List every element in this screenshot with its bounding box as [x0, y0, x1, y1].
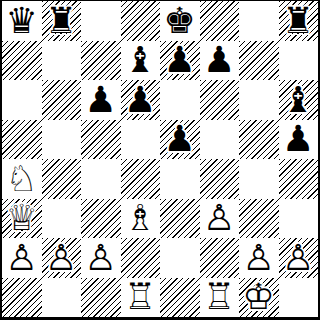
piece-white-b2[interactable]: ♟♙	[42, 238, 82, 278]
square-e2[interactable]	[160, 238, 200, 278]
white-piece-outline-glyph: ♙	[279, 238, 319, 278]
square-d1[interactable]: ♜♖	[121, 278, 161, 318]
square-d6[interactable]: ♟	[121, 80, 161, 120]
square-a7[interactable]	[2, 41, 42, 81]
piece-white-f3[interactable]: ♟♙	[200, 199, 240, 239]
square-c8[interactable]	[81, 1, 121, 41]
square-f1[interactable]: ♜♖	[200, 278, 240, 318]
square-e8[interactable]: ♚	[160, 1, 200, 41]
square-d7[interactable]: ♝	[121, 41, 161, 81]
black-piece-glyph: ♝	[121, 41, 161, 81]
piece-white-a4[interactable]: ♞♘	[2, 159, 42, 199]
square-b5[interactable]	[42, 120, 82, 160]
piece-white-d3[interactable]: ♝♗	[121, 199, 161, 239]
black-piece-glyph: ♜	[42, 1, 82, 41]
white-piece-outline-glyph: ♙	[239, 238, 279, 278]
square-f3[interactable]: ♟♙	[200, 199, 240, 239]
piece-black-d7[interactable]: ♝	[121, 41, 161, 81]
square-h2[interactable]: ♟♙	[279, 238, 319, 278]
black-piece-glyph: ♟	[279, 120, 319, 160]
square-a4[interactable]: ♞♘	[2, 159, 42, 199]
square-c2[interactable]: ♟♙	[81, 238, 121, 278]
square-b6[interactable]	[42, 80, 82, 120]
square-g1[interactable]: ♚♔	[239, 278, 279, 318]
square-c5[interactable]	[81, 120, 121, 160]
square-d2[interactable]	[121, 238, 161, 278]
white-piece-outline-glyph: ♙	[2, 238, 42, 278]
square-b3[interactable]	[42, 199, 82, 239]
piece-black-f7[interactable]: ♟	[200, 41, 240, 81]
square-f5[interactable]	[200, 120, 240, 160]
square-b8[interactable]: ♜	[42, 1, 82, 41]
square-g3[interactable]	[239, 199, 279, 239]
white-piece-outline-glyph: ♘	[2, 159, 42, 199]
piece-white-c2[interactable]: ♟♙	[81, 238, 121, 278]
square-g8[interactable]	[239, 1, 279, 41]
square-e6[interactable]	[160, 80, 200, 120]
square-a5[interactable]	[2, 120, 42, 160]
square-h8[interactable]: ♜	[279, 1, 319, 41]
square-h6[interactable]: ♝	[279, 80, 319, 120]
square-a6[interactable]	[2, 80, 42, 120]
square-c1[interactable]	[81, 278, 121, 318]
square-a3[interactable]: ♛♕	[2, 199, 42, 239]
piece-white-f1[interactable]: ♜♖	[200, 278, 240, 318]
square-c4[interactable]	[81, 159, 121, 199]
white-piece-outline-glyph: ♙	[81, 238, 121, 278]
black-piece-glyph: ♜	[279, 1, 319, 41]
square-g5[interactable]	[239, 120, 279, 160]
piece-black-e8[interactable]: ♚	[160, 1, 200, 41]
piece-black-e7[interactable]: ♟	[160, 41, 200, 81]
white-piece-outline-glyph: ♙	[42, 238, 82, 278]
square-d3[interactable]: ♝♗	[121, 199, 161, 239]
piece-black-c6[interactable]: ♟	[81, 80, 121, 120]
square-c3[interactable]	[81, 199, 121, 239]
black-piece-glyph: ♝	[279, 80, 319, 120]
square-f2[interactable]	[200, 238, 240, 278]
black-piece-glyph: ♟	[160, 120, 200, 160]
square-e1[interactable]	[160, 278, 200, 318]
chess-board: ♛♜♚♜♝♟♟♟♟♝♟♟♞♘♛♕♝♗♟♙♟♙♟♙♟♙♟♙♟♙♜♖♜♖♚♔	[0, 0, 320, 320]
square-b4[interactable]	[42, 159, 82, 199]
black-piece-glyph: ♟	[121, 80, 161, 120]
piece-white-a3[interactable]: ♛♕	[2, 199, 42, 239]
square-h5[interactable]: ♟	[279, 120, 319, 160]
piece-white-h2[interactable]: ♟♙	[279, 238, 319, 278]
square-f6[interactable]	[200, 80, 240, 120]
square-g4[interactable]	[239, 159, 279, 199]
black-piece-glyph: ♛	[2, 1, 42, 41]
square-c6[interactable]: ♟	[81, 80, 121, 120]
square-h7[interactable]	[279, 41, 319, 81]
square-c7[interactable]	[81, 41, 121, 81]
square-b2[interactable]: ♟♙	[42, 238, 82, 278]
square-h3[interactable]	[279, 199, 319, 239]
white-piece-outline-glyph: ♔	[239, 278, 279, 318]
piece-white-d1[interactable]: ♜♖	[121, 278, 161, 318]
square-g2[interactable]: ♟♙	[239, 238, 279, 278]
piece-black-e5[interactable]: ♟	[160, 120, 200, 160]
square-b1[interactable]	[42, 278, 82, 318]
piece-black-h8[interactable]: ♜	[279, 1, 319, 41]
square-f8[interactable]	[200, 1, 240, 41]
square-f4[interactable]	[200, 159, 240, 199]
square-d5[interactable]	[121, 120, 161, 160]
white-piece-outline-glyph: ♙	[200, 199, 240, 239]
black-piece-glyph: ♚	[160, 1, 200, 41]
piece-white-g1[interactable]: ♚♔	[239, 278, 279, 318]
black-piece-glyph: ♟	[81, 80, 121, 120]
square-f7[interactable]: ♟	[200, 41, 240, 81]
square-e4[interactable]	[160, 159, 200, 199]
square-e7[interactable]: ♟	[160, 41, 200, 81]
piece-white-g2[interactable]: ♟♙	[239, 238, 279, 278]
square-a2[interactable]: ♟♙	[2, 238, 42, 278]
square-h4[interactable]	[279, 159, 319, 199]
square-e3[interactable]	[160, 199, 200, 239]
square-b7[interactable]	[42, 41, 82, 81]
white-piece-outline-glyph: ♖	[121, 278, 161, 318]
white-piece-outline-glyph: ♗	[121, 199, 161, 239]
black-piece-glyph: ♟	[160, 41, 200, 81]
square-h1[interactable]	[279, 278, 319, 318]
square-d8[interactable]	[121, 1, 161, 41]
piece-black-h5[interactable]: ♟	[279, 120, 319, 160]
square-g7[interactable]	[239, 41, 279, 81]
square-a8[interactable]: ♛	[2, 1, 42, 41]
piece-white-a2[interactable]: ♟♙	[2, 238, 42, 278]
white-piece-outline-glyph: ♖	[200, 278, 240, 318]
white-piece-outline-glyph: ♕	[2, 199, 42, 239]
piece-black-b8[interactable]: ♜	[42, 1, 82, 41]
piece-black-h6[interactable]: ♝	[279, 80, 319, 120]
square-e5[interactable]: ♟	[160, 120, 200, 160]
black-piece-glyph: ♟	[200, 41, 240, 81]
piece-black-d6[interactable]: ♟	[121, 80, 161, 120]
square-g6[interactable]	[239, 80, 279, 120]
square-d4[interactable]	[121, 159, 161, 199]
piece-black-a8[interactable]: ♛	[2, 1, 42, 41]
square-a1[interactable]	[2, 278, 42, 318]
